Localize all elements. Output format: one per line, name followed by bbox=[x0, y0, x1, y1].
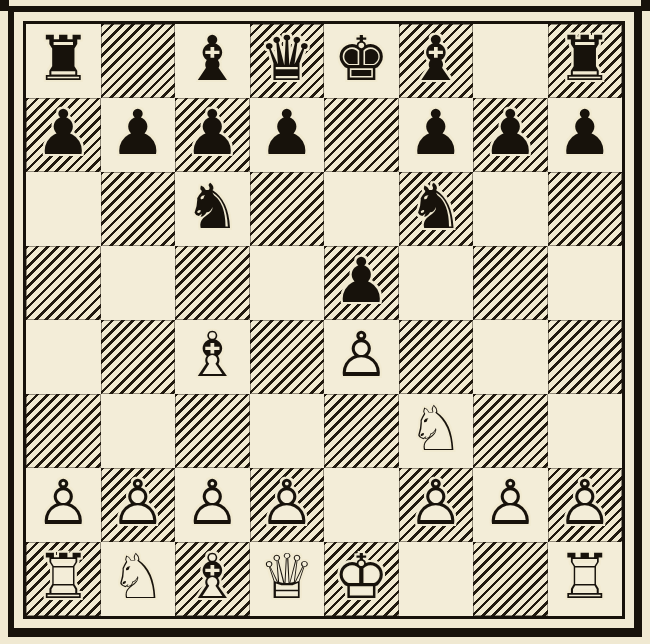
square-c2[interactable]: ♟♙ bbox=[175, 468, 250, 542]
square-b1[interactable]: ♞♘ bbox=[101, 542, 176, 616]
white-rook: ♜♖ bbox=[26, 542, 101, 616]
black-king: ♚ bbox=[324, 24, 399, 98]
white-pawn: ♟♙ bbox=[26, 468, 101, 542]
square-d7[interactable]: ♟ bbox=[250, 98, 325, 172]
square-f2[interactable]: ♟♙ bbox=[399, 468, 474, 542]
black-knight: ♞ bbox=[399, 172, 474, 246]
square-d6[interactable] bbox=[250, 172, 325, 246]
black-rook: ♜ bbox=[548, 24, 623, 98]
square-f1[interactable] bbox=[399, 542, 474, 616]
square-h2[interactable]: ♟♙ bbox=[548, 468, 623, 542]
board-inner-border: ♜♝♛♚♝♜♟♟♟♟♟♟♟♞♞♟♝♗♟♙♞♘♟♙♟♙♟♙♟♙♟♙♟♙♟♙♜♖♞♘… bbox=[23, 21, 625, 619]
square-g1[interactable] bbox=[473, 542, 548, 616]
square-d8[interactable]: ♛ bbox=[250, 24, 325, 98]
white-pawn: ♟♙ bbox=[175, 468, 250, 542]
square-a5[interactable] bbox=[26, 246, 101, 320]
square-b4[interactable] bbox=[101, 320, 176, 394]
square-g4[interactable] bbox=[473, 320, 548, 394]
square-g8[interactable] bbox=[473, 24, 548, 98]
square-f5[interactable] bbox=[399, 246, 474, 320]
square-a6[interactable] bbox=[26, 172, 101, 246]
white-pawn: ♟♙ bbox=[548, 468, 623, 542]
black-pawn: ♟ bbox=[101, 98, 176, 172]
black-pawn: ♟ bbox=[399, 98, 474, 172]
black-pawn: ♟ bbox=[324, 246, 399, 320]
square-h1[interactable]: ♜♖ bbox=[548, 542, 623, 616]
black-pawn: ♟ bbox=[473, 98, 548, 172]
square-d2[interactable]: ♟♙ bbox=[250, 468, 325, 542]
square-g3[interactable] bbox=[473, 394, 548, 468]
square-e4[interactable]: ♟♙ bbox=[324, 320, 399, 394]
square-d4[interactable] bbox=[250, 320, 325, 394]
square-a8[interactable]: ♜ bbox=[26, 24, 101, 98]
black-rook: ♜ bbox=[26, 24, 101, 98]
black-pawn: ♟ bbox=[175, 98, 250, 172]
square-h6[interactable] bbox=[548, 172, 623, 246]
square-h8[interactable]: ♜ bbox=[548, 24, 623, 98]
white-pawn: ♟♙ bbox=[324, 320, 399, 394]
square-e6[interactable] bbox=[324, 172, 399, 246]
square-f7[interactable]: ♟ bbox=[399, 98, 474, 172]
square-e1[interactable]: ♚♔ bbox=[324, 542, 399, 616]
square-e7[interactable] bbox=[324, 98, 399, 172]
square-c8[interactable]: ♝ bbox=[175, 24, 250, 98]
white-knight: ♞♘ bbox=[101, 542, 176, 616]
square-h5[interactable] bbox=[548, 246, 623, 320]
white-bishop: ♝♗ bbox=[175, 542, 250, 616]
square-e5[interactable]: ♟ bbox=[324, 246, 399, 320]
square-b7[interactable]: ♟ bbox=[101, 98, 176, 172]
square-b2[interactable]: ♟♙ bbox=[101, 468, 176, 542]
square-e2[interactable] bbox=[324, 468, 399, 542]
square-g6[interactable] bbox=[473, 172, 548, 246]
square-c4[interactable]: ♝♗ bbox=[175, 320, 250, 394]
black-knight: ♞ bbox=[175, 172, 250, 246]
white-bishop: ♝♗ bbox=[175, 320, 250, 394]
square-f8[interactable]: ♝ bbox=[399, 24, 474, 98]
square-b8[interactable] bbox=[101, 24, 176, 98]
square-b6[interactable] bbox=[101, 172, 176, 246]
white-queen: ♛♕ bbox=[250, 542, 325, 616]
white-king: ♚♔ bbox=[324, 542, 399, 616]
square-e8[interactable]: ♚ bbox=[324, 24, 399, 98]
square-g2[interactable]: ♟♙ bbox=[473, 468, 548, 542]
square-h3[interactable] bbox=[548, 394, 623, 468]
white-rook: ♜♖ bbox=[548, 542, 623, 616]
chess-board: ♜♝♛♚♝♜♟♟♟♟♟♟♟♞♞♟♝♗♟♙♞♘♟♙♟♙♟♙♟♙♟♙♟♙♟♙♜♖♞♘… bbox=[26, 24, 622, 616]
square-d3[interactable] bbox=[250, 394, 325, 468]
square-h4[interactable] bbox=[548, 320, 623, 394]
white-pawn: ♟♙ bbox=[399, 468, 474, 542]
square-c5[interactable] bbox=[175, 246, 250, 320]
black-pawn: ♟ bbox=[26, 98, 101, 172]
square-a4[interactable] bbox=[26, 320, 101, 394]
square-c1[interactable]: ♝♗ bbox=[175, 542, 250, 616]
white-knight: ♞♘ bbox=[399, 394, 474, 468]
square-c6[interactable]: ♞ bbox=[175, 172, 250, 246]
square-c3[interactable] bbox=[175, 394, 250, 468]
scan-artifact-top-right bbox=[641, 0, 650, 11]
board-frame: ♜♝♛♚♝♜♟♟♟♟♟♟♟♞♞♟♝♗♟♙♞♘♟♙♟♙♟♙♟♙♟♙♟♙♟♙♜♖♞♘… bbox=[8, 6, 642, 637]
square-a3[interactable] bbox=[26, 394, 101, 468]
square-a1[interactable]: ♜♖ bbox=[26, 542, 101, 616]
square-f4[interactable] bbox=[399, 320, 474, 394]
white-pawn: ♟♙ bbox=[101, 468, 176, 542]
square-b3[interactable] bbox=[101, 394, 176, 468]
black-pawn: ♟ bbox=[250, 98, 325, 172]
square-g5[interactable] bbox=[473, 246, 548, 320]
square-d1[interactable]: ♛♕ bbox=[250, 542, 325, 616]
square-b5[interactable] bbox=[101, 246, 176, 320]
square-f6[interactable]: ♞ bbox=[399, 172, 474, 246]
black-bishop: ♝ bbox=[175, 24, 250, 98]
black-pawn: ♟ bbox=[548, 98, 623, 172]
square-g7[interactable]: ♟ bbox=[473, 98, 548, 172]
square-e3[interactable] bbox=[324, 394, 399, 468]
square-c7[interactable]: ♟ bbox=[175, 98, 250, 172]
white-pawn: ♟♙ bbox=[473, 468, 548, 542]
black-queen: ♛ bbox=[250, 24, 325, 98]
square-a2[interactable]: ♟♙ bbox=[26, 468, 101, 542]
white-pawn: ♟♙ bbox=[250, 468, 325, 542]
square-a7[interactable]: ♟ bbox=[26, 98, 101, 172]
square-h7[interactable]: ♟ bbox=[548, 98, 623, 172]
square-d5[interactable] bbox=[250, 246, 325, 320]
square-f3[interactable]: ♞♘ bbox=[399, 394, 474, 468]
black-bishop: ♝ bbox=[399, 24, 474, 98]
